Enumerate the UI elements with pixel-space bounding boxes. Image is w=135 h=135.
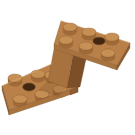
- brick-bracket-render: [0, 0, 135, 135]
- top-stud-front-1: [59, 36, 73, 44]
- top-stud-back-1: [63, 23, 77, 31]
- bottom-stud-back-2: [31, 70, 45, 78]
- bottom-stud-front-1: [13, 95, 27, 103]
- top-stud-front-3: [101, 49, 115, 57]
- top-stud-back-3: [105, 33, 119, 41]
- top-stud-front-2: [79, 42, 93, 50]
- product-image: [0, 0, 135, 135]
- bottom-hole: [23, 83, 36, 91]
- top-stud-back-2: [82, 28, 96, 36]
- top-hole: [93, 37, 105, 45]
